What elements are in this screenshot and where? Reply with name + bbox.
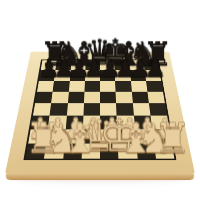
square-a8[interactable] [41,60,57,70]
chess-board-grid [26,60,175,158]
square-h5[interactable] [147,92,165,104]
square-d1[interactable] [81,143,100,158]
square-e3[interactable] [100,116,117,129]
square-c7[interactable] [69,70,85,80]
square-b6[interactable] [53,81,70,92]
chess-board: ♜♞♝♛♚♝♞♜♟♟♟♟♟♟♟♟♟♟♟♟♟♟♟♟♜♞♝♛♚♝♞♜ [5,52,195,174]
square-f5[interactable] [116,92,133,104]
square-c5[interactable] [68,92,85,104]
square-h3[interactable] [150,116,169,129]
square-f6[interactable] [115,81,131,92]
square-f3[interactable] [117,116,135,129]
square-g8[interactable] [129,60,145,70]
square-c6[interactable] [69,81,85,92]
square-d4[interactable] [83,103,100,115]
square-d8[interactable] [85,60,100,70]
square-b7[interactable] [54,70,70,80]
square-e6[interactable] [100,81,116,92]
square-h6[interactable] [146,81,163,92]
square-a5[interactable] [35,92,53,104]
square-h4[interactable] [149,103,167,115]
square-c8[interactable] [70,60,85,70]
square-a6[interactable] [37,81,54,92]
square-a2[interactable] [28,129,48,143]
square-g4[interactable] [132,103,150,115]
square-b3[interactable] [48,116,66,129]
square-h1[interactable] [154,143,175,158]
square-g1[interactable] [136,143,156,158]
square-f4[interactable] [116,103,133,115]
square-h7[interactable] [144,70,161,80]
square-a4[interactable] [33,103,51,115]
square-f8[interactable] [114,60,129,70]
square-b2[interactable] [46,129,65,143]
square-e7[interactable] [100,70,115,80]
square-e1[interactable] [100,143,119,158]
square-d6[interactable] [84,81,100,92]
square-c2[interactable] [64,129,83,143]
chess-set-photo: ♜♞♝♛♚♝♞♜♟♟♟♟♟♟♟♟♟♟♟♟♟♟♟♟♜♞♝♛♚♝♞♜ [0,0,200,200]
square-b8[interactable] [56,60,72,70]
square-b1[interactable] [44,143,64,158]
square-d3[interactable] [83,116,100,129]
square-d2[interactable] [82,129,100,143]
square-h2[interactable] [152,129,172,143]
square-f2[interactable] [117,129,136,143]
square-f7[interactable] [115,70,131,80]
square-b5[interactable] [51,92,68,104]
square-c3[interactable] [65,116,83,129]
square-a7[interactable] [39,70,56,80]
square-b4[interactable] [50,103,68,115]
board-side-edge [5,174,196,180]
square-g6[interactable] [131,81,148,92]
square-a3[interactable] [31,116,50,129]
square-e4[interactable] [100,103,117,115]
square-e8[interactable] [100,60,115,70]
square-g7[interactable] [130,70,146,80]
square-g2[interactable] [135,129,154,143]
square-f1[interactable] [118,143,137,158]
square-d5[interactable] [84,92,100,104]
square-g5[interactable] [131,92,148,104]
square-h8[interactable] [143,60,159,70]
square-c4[interactable] [66,103,83,115]
square-e2[interactable] [100,129,118,143]
square-a1[interactable] [26,143,47,158]
board-frame-line [23,59,176,160]
square-c1[interactable] [63,143,82,158]
square-e5[interactable] [100,92,116,104]
square-g3[interactable] [134,116,152,129]
square-d7[interactable] [85,70,100,80]
